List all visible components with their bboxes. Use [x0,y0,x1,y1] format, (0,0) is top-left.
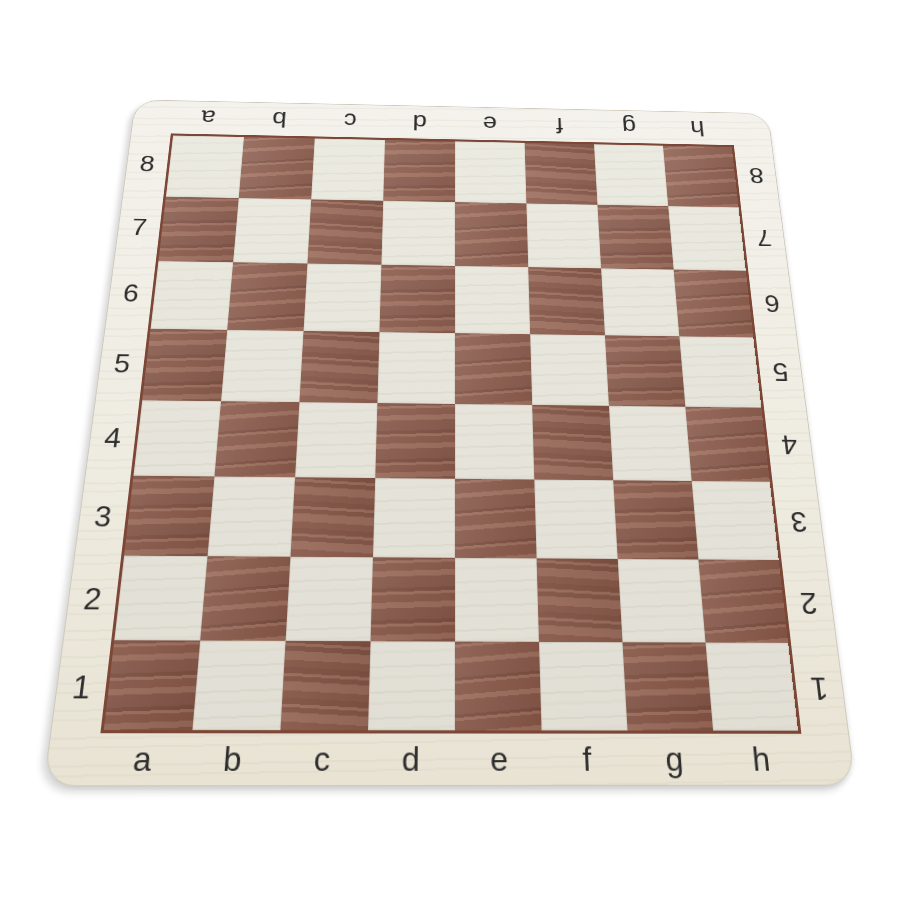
file-label-a: a [171,101,245,135]
square-h3[interactable] [692,481,779,560]
file-label-c: c [314,104,386,138]
square-c3[interactable] [290,477,375,557]
square-e4[interactable] [455,404,534,480]
square-h7[interactable] [668,206,746,271]
playing-area [100,133,801,733]
square-g8[interactable] [594,144,668,206]
square-d2[interactable] [371,557,455,641]
square-h8[interactable] [663,146,739,208]
square-a3[interactable] [124,476,214,556]
square-g4[interactable] [609,406,692,481]
square-a1[interactable] [104,640,200,730]
square-g7[interactable] [597,205,673,270]
square-g1[interactable] [622,642,713,730]
square-a5[interactable] [142,329,227,401]
square-f7[interactable] [526,203,601,268]
square-c4[interactable] [295,402,377,478]
square-d4[interactable] [375,403,455,479]
file-label-h: h [662,112,734,145]
square-h2[interactable] [698,559,788,642]
square-f5[interactable] [530,334,609,406]
square-a6[interactable] [151,261,234,330]
rank-label-6: 6 [748,270,796,338]
square-c8[interactable] [311,138,385,200]
square-d3[interactable] [373,478,455,558]
file-label-e: e [455,107,525,141]
square-b3[interactable] [208,477,296,557]
square-e7[interactable] [455,202,528,267]
square-g2[interactable] [618,559,706,643]
square-f8[interactable] [525,143,598,205]
square-e2[interactable] [455,558,539,642]
file-label-d: d [366,733,455,785]
file-label-e: e [455,734,544,785]
square-e6[interactable] [455,266,530,334]
chess-board: abcdefgh abcdefgh 87654321 87654321 [43,99,856,786]
square-b1[interactable] [192,641,285,731]
square-d1[interactable] [368,641,455,730]
square-b6[interactable] [227,262,307,331]
square-b8[interactable] [239,137,315,199]
square-c2[interactable] [286,557,373,641]
file-label-f: f [542,734,632,785]
square-f6[interactable] [528,267,605,335]
square-e5[interactable] [455,333,532,405]
rank-label-8: 8 [734,145,780,206]
file-label-a: a [94,733,190,785]
square-a8[interactable] [166,136,244,199]
rank-label-3: 3 [773,482,826,561]
square-c6[interactable] [304,264,382,333]
file-label-d: d [384,106,455,140]
file-label-b: b [242,103,315,137]
file-label-h: h [716,734,808,785]
square-e8[interactable] [455,141,526,203]
square-b2[interactable] [200,556,290,641]
photo-background: abcdefgh abcdefgh 87654321 87654321 [0,0,900,900]
board-scene: abcdefgh abcdefgh 87654321 87654321 [51,46,851,846]
square-d8[interactable] [383,140,455,202]
square-b5[interactable] [221,330,304,402]
square-g3[interactable] [613,480,698,559]
square-c5[interactable] [299,331,379,403]
rank-label-4: 4 [764,408,815,483]
square-d5[interactable] [377,332,455,404]
square-c1[interactable] [280,641,370,730]
square-h1[interactable] [706,643,799,731]
square-f1[interactable] [539,642,628,731]
square-a4[interactable] [133,400,221,476]
square-f4[interactable] [532,405,613,480]
file-label-f: f [524,109,595,143]
square-f3[interactable] [534,480,617,559]
square-c7[interactable] [307,199,383,264]
square-d6[interactable] [379,265,455,333]
square-e1[interactable] [455,642,542,731]
rank-label-7: 7 [741,206,788,270]
file-label-b: b [185,733,278,785]
square-g5[interactable] [605,335,685,406]
square-e3[interactable] [455,479,537,559]
square-b4[interactable] [214,401,299,477]
square-a7[interactable] [158,197,238,263]
square-f2[interactable] [537,558,623,642]
square-h5[interactable] [679,336,761,407]
file-label-c: c [276,733,367,785]
square-h6[interactable] [674,270,754,338]
square-a2[interactable] [114,556,207,641]
rank-label-5: 5 [756,337,806,408]
file-label-g: g [629,734,720,785]
square-b7[interactable] [233,198,311,263]
square-g6[interactable] [601,268,679,336]
files-bottom-labels: abcdefgh [94,733,807,785]
square-h4[interactable] [685,407,769,482]
square-d7[interactable] [381,201,455,266]
file-label-g: g [593,110,664,144]
